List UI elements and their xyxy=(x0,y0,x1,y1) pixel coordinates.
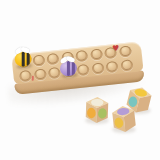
board-hole[interactable] xyxy=(90,60,106,75)
hole-dome xyxy=(36,70,45,78)
hole-recess xyxy=(91,62,104,74)
hole-dome xyxy=(79,65,88,73)
heart-icon: ♥ xyxy=(112,45,120,54)
bee-yellow-piece[interactable] xyxy=(13,48,34,69)
die-purple-gold[interactable] xyxy=(110,104,139,135)
hole-dome xyxy=(92,50,101,58)
hole-dome xyxy=(121,47,130,55)
bee-wings-icon xyxy=(17,46,30,55)
bee-purple-piece[interactable] xyxy=(58,57,79,78)
board-hole[interactable] xyxy=(32,66,48,81)
product-photo-stage: ♥ xyxy=(0,0,160,160)
hole-dome xyxy=(34,56,43,64)
die-cream-orange-green[interactable] xyxy=(84,96,111,125)
board-hole[interactable] xyxy=(61,63,77,78)
hole-recess xyxy=(75,49,88,61)
hole-recess xyxy=(120,59,133,71)
hole-dome xyxy=(78,51,87,59)
hole-recess xyxy=(34,68,47,80)
board-hole[interactable] xyxy=(104,59,120,74)
hole-dome xyxy=(122,61,131,69)
die-cube-graphic xyxy=(84,96,111,125)
board-hole[interactable] xyxy=(119,57,135,72)
hole-dome xyxy=(93,64,102,72)
hole-recess xyxy=(90,48,103,60)
die-cube-graphic xyxy=(110,104,139,135)
hole-dome xyxy=(108,62,117,70)
hole-recess xyxy=(119,45,132,57)
hole-dome xyxy=(50,68,59,76)
hole-recess xyxy=(77,63,90,75)
hole-recess xyxy=(19,69,32,81)
hole-dome xyxy=(21,71,30,79)
board-hole[interactable] xyxy=(16,54,32,69)
brand-mark xyxy=(32,76,34,81)
hole-recess xyxy=(106,60,119,72)
hole-dome xyxy=(49,54,58,62)
hole-recess xyxy=(32,54,45,66)
bee-wings-icon xyxy=(61,55,74,64)
